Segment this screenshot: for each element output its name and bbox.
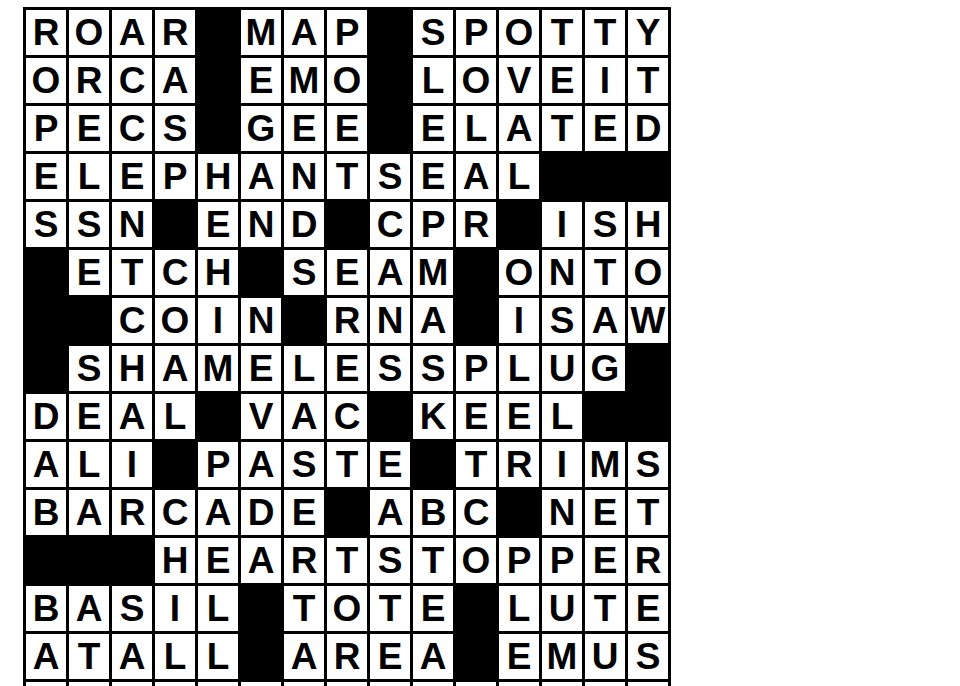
cell-r11c14[interactable]: E [585, 490, 625, 535]
black-cell-r14c6 [241, 634, 281, 679]
cell-r4c8[interactable]: T [327, 154, 367, 199]
cell-r7c3[interactable]: C [112, 298, 152, 343]
cell-r14c9[interactable]: E [370, 634, 410, 679]
cell-r10c1[interactable]: A [26, 442, 66, 487]
cell-r1c7[interactable]: A [284, 10, 324, 55]
cell-r9c13[interactable]: L [542, 394, 582, 439]
cell-r5c11[interactable]: R [456, 202, 496, 247]
black-cell-r7c11 [456, 298, 496, 343]
cell-r7c9[interactable]: N [370, 298, 410, 343]
cell-r2c7[interactable]: M [284, 58, 324, 103]
cell-r1c10[interactable]: S [413, 10, 453, 55]
cell-r13c10[interactable]: E [413, 586, 453, 631]
cell-r9c10[interactable]: K [413, 394, 453, 439]
cell-r3c15[interactable]: D [628, 106, 668, 151]
cell-r3c2[interactable]: E [69, 106, 109, 151]
cell-r14c4[interactable]: L [155, 634, 195, 679]
black-cell-r9c15 [628, 394, 668, 439]
cell-r13c12[interactable]: L [499, 586, 539, 631]
black-cell-r8c15 [628, 346, 668, 391]
cell-r15c3[interactable] [112, 682, 152, 686]
cell-r13c1[interactable]: B [26, 586, 66, 631]
cell-r1c2[interactable]: O [69, 10, 109, 55]
cell-r7c12[interactable]: I [499, 298, 539, 343]
cell-r7c10[interactable]: A [413, 298, 453, 343]
cell-r2c14[interactable]: I [585, 58, 625, 103]
cell-r13c14[interactable]: T [585, 586, 625, 631]
cell-r8c2[interactable]: S [69, 346, 109, 391]
cell-r3c13[interactable]: T [542, 106, 582, 151]
cell-r14c8[interactable]: R [327, 634, 367, 679]
cell-r14c13[interactable]: M [542, 634, 582, 679]
cell-r3c1[interactable]: P [26, 106, 66, 151]
black-cell-r11c8 [327, 490, 367, 535]
cell-r11c2[interactable]: A [69, 490, 109, 535]
cell-r12c6[interactable]: A [241, 538, 281, 583]
cell-r15c2[interactable] [69, 682, 109, 686]
cell-r5c5[interactable]: E [198, 202, 238, 247]
cell-r9c2[interactable]: E [69, 394, 109, 439]
black-cell-r8c1 [26, 346, 66, 391]
black-cell-r10c4 [155, 442, 195, 487]
black-cell-r3c9 [370, 106, 410, 151]
cell-r2c6[interactable]: E [241, 58, 281, 103]
cell-r13c13[interactable]: U [542, 586, 582, 631]
cell-r5c7[interactable]: D [284, 202, 324, 247]
cell-r12c11[interactable]: O [456, 538, 496, 583]
cell-r5c2[interactable]: S [69, 202, 109, 247]
cell-r2c2[interactable]: R [69, 58, 109, 103]
cell-r10c8[interactable]: T [327, 442, 367, 487]
black-cell-r10c10 [413, 442, 453, 487]
cell-r7c5[interactable]: I [198, 298, 238, 343]
cell-r15c5[interactable] [198, 682, 238, 686]
cell-r1c14[interactable]: T [585, 10, 625, 55]
cell-r14c10[interactable]: A [413, 634, 453, 679]
cell-r9c12[interactable]: E [499, 394, 539, 439]
cell-r15c15[interactable] [628, 682, 668, 686]
cell-r5c9[interactable]: C [370, 202, 410, 247]
cell-r15c8[interactable] [327, 682, 367, 686]
cell-r3c4[interactable]: S [155, 106, 195, 151]
cell-r11c9[interactable]: A [370, 490, 410, 535]
cell-r13c8[interactable]: O [327, 586, 367, 631]
cell-r2c1[interactable]: O [26, 58, 66, 103]
cell-r9c3[interactable]: A [112, 394, 152, 439]
cell-r6c7[interactable]: S [284, 250, 324, 295]
cell-r14c7[interactable]: A [284, 634, 324, 679]
cell-r15c13[interactable] [542, 682, 582, 686]
cell-r6c10[interactable]: M [413, 250, 453, 295]
black-cell-r4c13 [542, 154, 582, 199]
cell-r12c9[interactable]: S [370, 538, 410, 583]
cell-r10c14[interactable]: M [585, 442, 625, 487]
cell-r2c12[interactable]: V [499, 58, 539, 103]
cell-r5c6[interactable]: N [241, 202, 281, 247]
black-cell-r7c7 [284, 298, 324, 343]
cell-r15c10[interactable] [413, 682, 453, 686]
cell-r14c12[interactable]: E [499, 634, 539, 679]
cell-r2c11[interactable]: O [456, 58, 496, 103]
cell-r10c12[interactable]: R [499, 442, 539, 487]
cell-r14c15[interactable]: S [628, 634, 668, 679]
cell-r4c7[interactable]: N [284, 154, 324, 199]
cell-r8c6[interactable]: E [241, 346, 281, 391]
cell-r4c4[interactable]: P [155, 154, 195, 199]
cell-r15c4[interactable] [155, 682, 195, 686]
cell-r3c11[interactable]: L [456, 106, 496, 151]
black-cell-r11c12 [499, 490, 539, 535]
cell-r10c9[interactable]: E [370, 442, 410, 487]
cell-r9c4[interactable]: L [155, 394, 195, 439]
cell-r5c3[interactable]: N [112, 202, 152, 247]
cell-r8c13[interactable]: U [542, 346, 582, 391]
cell-r6c13[interactable]: N [542, 250, 582, 295]
cell-r11c11[interactable]: C [456, 490, 496, 535]
black-cell-r6c11 [456, 250, 496, 295]
cell-r4c1[interactable]: E [26, 154, 66, 199]
cell-r1c15[interactable]: Y [628, 10, 668, 55]
cell-r1c11[interactable]: P [456, 10, 496, 55]
cell-r8c9[interactable]: S [370, 346, 410, 391]
cell-r10c3[interactable]: I [112, 442, 152, 487]
black-cell-r9c9 [370, 394, 410, 439]
cell-r11c13[interactable]: N [542, 490, 582, 535]
cell-r11c4[interactable]: C [155, 490, 195, 535]
black-cell-r7c1 [26, 298, 66, 343]
cell-r12c13[interactable]: P [542, 538, 582, 583]
cell-r15c6[interactable] [241, 682, 281, 686]
cell-r13c3[interactable]: S [112, 586, 152, 631]
cell-r1c1[interactable]: R [26, 10, 66, 55]
cell-r1c12[interactable]: O [499, 10, 539, 55]
cell-r1c8[interactable]: P [327, 10, 367, 55]
cell-r15c1[interactable] [26, 682, 66, 686]
cell-r9c11[interactable]: E [456, 394, 496, 439]
black-cell-r14c11 [456, 634, 496, 679]
black-cell-r5c4 [155, 202, 195, 247]
cell-r7c8[interactable]: R [327, 298, 367, 343]
cell-r8c12[interactable]: L [499, 346, 539, 391]
cell-r10c5[interactable]: P [198, 442, 238, 487]
cell-r6c3[interactable]: T [112, 250, 152, 295]
cell-r8c11[interactable]: P [456, 346, 496, 391]
cell-r15c7[interactable] [284, 682, 324, 686]
cell-r3c7[interactable]: E [284, 106, 324, 151]
cell-r6c4[interactable]: C [155, 250, 195, 295]
cell-r9c8[interactable]: C [327, 394, 367, 439]
cell-r14c3[interactable]: A [112, 634, 152, 679]
cell-r2c15[interactable]: T [628, 58, 668, 103]
cell-r15c9[interactable] [370, 682, 410, 686]
cell-r4c6[interactable]: A [241, 154, 281, 199]
black-cell-r4c14 [585, 154, 625, 199]
cell-r6c2[interactable]: E [69, 250, 109, 295]
cell-r7c6[interactable]: N [241, 298, 281, 343]
black-cell-r12c1 [26, 538, 66, 583]
cell-r9c7[interactable]: A [284, 394, 324, 439]
cell-r2c4[interactable]: A [155, 58, 195, 103]
cell-r10c15[interactable]: S [628, 442, 668, 487]
black-cell-r5c8 [327, 202, 367, 247]
black-cell-r1c9 [370, 10, 410, 55]
cell-r9c6[interactable]: V [241, 394, 281, 439]
cell-r8c10[interactable]: S [413, 346, 453, 391]
black-cell-r13c6 [241, 586, 281, 631]
cell-r2c13[interactable]: E [542, 58, 582, 103]
cell-r8c14[interactable]: G [585, 346, 625, 391]
cell-r3c3[interactable]: C [112, 106, 152, 151]
cell-r4c11[interactable]: A [456, 154, 496, 199]
cell-r3c12[interactable]: A [499, 106, 539, 151]
cell-r8c4[interactable]: A [155, 346, 195, 391]
black-cell-r3c5 [198, 106, 238, 151]
cell-r6c14[interactable]: T [585, 250, 625, 295]
cell-r1c4[interactable]: R [155, 10, 195, 55]
cell-r3c14[interactable]: E [585, 106, 625, 151]
cell-r2c8[interactable]: O [327, 58, 367, 103]
cell-r4c9[interactable]: S [370, 154, 410, 199]
cell-r6c9[interactable]: A [370, 250, 410, 295]
cell-r5c10[interactable]: P [413, 202, 453, 247]
cell-r11c3[interactable]: R [112, 490, 152, 535]
black-cell-r13c11 [456, 586, 496, 631]
cell-r10c7[interactable]: S [284, 442, 324, 487]
black-cell-r12c2 [69, 538, 109, 583]
cell-r4c12[interactable]: L [499, 154, 539, 199]
cell-r8c8[interactable]: E [327, 346, 367, 391]
black-cell-r4c15 [628, 154, 668, 199]
cell-r12c8[interactable]: T [327, 538, 367, 583]
cell-r13c15[interactable]: E [628, 586, 668, 631]
cell-r5c1[interactable]: S [26, 202, 66, 247]
black-cell-r2c9 [370, 58, 410, 103]
cell-r14c1[interactable]: A [26, 634, 66, 679]
cell-r11c1[interactable]: B [26, 490, 66, 535]
black-cell-r9c5 [198, 394, 238, 439]
cell-r10c2[interactable]: L [69, 442, 109, 487]
crossword-grid: ROARMAPSPOTTYORCAEMOLOVEITPECSGEEELATEDE… [23, 7, 671, 686]
cell-r7c13[interactable]: S [542, 298, 582, 343]
cell-r9c1[interactable]: D [26, 394, 66, 439]
cell-r14c5[interactable]: L [198, 634, 238, 679]
cell-r12c10[interactable]: T [413, 538, 453, 583]
cell-r12c7[interactable]: R [284, 538, 324, 583]
cell-r8c7[interactable]: L [284, 346, 324, 391]
cell-r4c2[interactable]: L [69, 154, 109, 199]
cell-r5c13[interactable]: I [542, 202, 582, 247]
black-cell-r6c6 [241, 250, 281, 295]
cell-r5c14[interactable]: S [585, 202, 625, 247]
cell-r12c4[interactable]: H [155, 538, 195, 583]
cell-r7c4[interactable]: O [155, 298, 195, 343]
black-cell-r2c5 [198, 58, 238, 103]
cell-r15c12[interactable] [499, 682, 539, 686]
cell-r12c15[interactable]: R [628, 538, 668, 583]
cell-r8c3[interactable]: H [112, 346, 152, 391]
cell-r6c15[interactable]: O [628, 250, 668, 295]
cell-r11c5[interactable]: A [198, 490, 238, 535]
black-cell-r5c12 [499, 202, 539, 247]
cell-r10c11[interactable]: T [456, 442, 496, 487]
cell-r15c11[interactable] [456, 682, 496, 686]
cell-r6c12[interactable]: O [499, 250, 539, 295]
cell-r3c6[interactable]: G [241, 106, 281, 151]
cell-r3c10[interactable]: E [413, 106, 453, 151]
cell-r4c5[interactable]: H [198, 154, 238, 199]
black-cell-r9c14 [585, 394, 625, 439]
black-cell-r12c3 [112, 538, 152, 583]
cell-r11c7[interactable]: E [284, 490, 324, 535]
cell-r13c5[interactable]: L [198, 586, 238, 631]
cell-r15c14[interactable] [585, 682, 625, 686]
cell-r6c5[interactable]: H [198, 250, 238, 295]
cell-r10c13[interactable]: I [542, 442, 582, 487]
cell-r3c8[interactable]: E [327, 106, 367, 151]
crossword-grid-viewport: ROARMAPSPOTTYORCAEMOLOVEITPECSGEEELATEDE… [23, 7, 671, 686]
cell-r2c3[interactable]: C [112, 58, 152, 103]
cell-r1c6[interactable]: M [241, 10, 281, 55]
cell-r1c13[interactable]: T [542, 10, 582, 55]
cell-r13c9[interactable]: T [370, 586, 410, 631]
cell-r13c7[interactable]: T [284, 586, 324, 631]
cell-r10c6[interactable]: A [241, 442, 281, 487]
black-cell-r7c2 [69, 298, 109, 343]
cell-r5c15[interactable]: H [628, 202, 668, 247]
cell-r14c14[interactable]: U [585, 634, 625, 679]
black-cell-r1c5 [198, 10, 238, 55]
cell-r11c10[interactable]: B [413, 490, 453, 535]
cell-r11c15[interactable]: T [628, 490, 668, 535]
black-cell-r6c1 [26, 250, 66, 295]
cell-r13c2[interactable]: A [69, 586, 109, 631]
cell-r8c5[interactable]: M [198, 346, 238, 391]
cell-r2c10[interactable]: L [413, 58, 453, 103]
cell-r6c8[interactable]: E [327, 250, 367, 295]
cell-r4c3[interactable]: E [112, 154, 152, 199]
cell-r7c14[interactable]: A [585, 298, 625, 343]
cell-r12c12[interactable]: P [499, 538, 539, 583]
cell-r11c6[interactable]: D [241, 490, 281, 535]
cell-r14c2[interactable]: T [69, 634, 109, 679]
cell-r12c14[interactable]: E [585, 538, 625, 583]
cell-r12c5[interactable]: E [198, 538, 238, 583]
cell-r4c10[interactable]: E [413, 154, 453, 199]
cell-r13c4[interactable]: I [155, 586, 195, 631]
cell-r7c15[interactable]: W [628, 298, 668, 343]
cell-r1c3[interactable]: A [112, 10, 152, 55]
